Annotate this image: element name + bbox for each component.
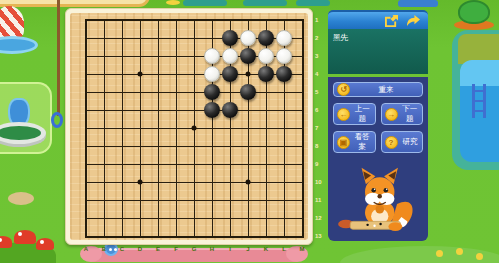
swimming-pool-decoration (452, 30, 499, 170)
restart-icon: ↺ (337, 83, 350, 96)
row-label-3: 3 (315, 52, 327, 60)
view-answer-button[interactable]: ▣ 看答案 (333, 131, 376, 153)
white-stone-J2 (240, 30, 256, 46)
black-stone-K2 (258, 30, 274, 46)
question-icon: ? (385, 136, 398, 149)
mushrooms-decoration (0, 230, 56, 263)
rope-ring-decoration (51, 112, 63, 128)
status-area: 黑先 (328, 29, 428, 74)
column-label-E: E (149, 246, 167, 252)
turtle-body (458, 0, 490, 24)
white-stone-L2 (276, 30, 292, 46)
white-stone-H3 (204, 48, 220, 64)
column-label-I: I (221, 246, 239, 252)
black-stone-I2 (222, 30, 238, 46)
left-arrow-icon: ← (337, 108, 350, 121)
column-label-L: L (275, 246, 293, 252)
fence-decoration (296, 0, 330, 6)
row-label-5: 5 (315, 88, 327, 96)
star-point-J4 (246, 72, 251, 77)
research-label: 研究 (401, 137, 420, 147)
flowers-decoration (166, 0, 180, 5)
research-button[interactable]: ? 研究 (381, 131, 424, 153)
black-stone-J3 (240, 48, 256, 64)
app-scene: ABCDEFGHIJKLM 12345678910111213 黑先 ↺ 重来 … (0, 0, 499, 263)
column-label-M: M (293, 246, 311, 252)
fence-decoration (243, 0, 287, 6)
candy-slide-decoration (0, 6, 38, 60)
column-label-H: H (203, 246, 221, 252)
fountain-tile[interactable] (0, 82, 52, 154)
restart-button[interactable]: ↺ 重来 (333, 82, 423, 97)
black-stone-I4 (222, 66, 238, 82)
column-label-G: G (185, 246, 203, 252)
export-icon[interactable] (384, 14, 399, 27)
right-arrow-icon: → (385, 108, 398, 121)
rope-decoration (57, 0, 60, 116)
white-stone-H4 (204, 66, 220, 82)
star-point-J10 (246, 180, 251, 185)
previous-problem-label: 上一题 (353, 104, 372, 124)
board-grid[interactable] (86, 20, 303, 237)
row-label-4: 4 (315, 70, 327, 78)
column-label-B: B (95, 246, 113, 252)
row-label-10: 10 (315, 178, 327, 186)
view-answer-label: 看答案 (353, 132, 372, 152)
column-label-A: A (77, 246, 95, 252)
restart-label: 重来 (353, 85, 419, 95)
star-point-D10 (138, 180, 143, 185)
column-label-D: D (131, 246, 149, 252)
black-stone-I6 (222, 102, 238, 118)
row-label-2: 2 (315, 34, 327, 42)
star-point-D4 (138, 72, 143, 77)
control-panel: 黑先 ↺ 重来 ← 上一题 → 下一题 ▣ 看答案 (328, 10, 428, 241)
row-label-12: 12 (315, 214, 327, 222)
column-label-C: C (113, 246, 131, 252)
fox-mascot-illustration (334, 159, 422, 237)
row-label-1: 1 (315, 16, 327, 24)
black-stone-H6 (204, 102, 220, 118)
white-stone-K3 (258, 48, 274, 64)
turtle-decoration (452, 0, 496, 30)
column-label-J: J (239, 246, 257, 252)
path-stone (8, 192, 34, 205)
panel-header (328, 10, 428, 29)
fence-decoration (183, 0, 227, 6)
white-stone-L3 (276, 48, 292, 64)
black-stone-H5 (204, 84, 220, 100)
answer-icon: ▣ (337, 136, 350, 149)
move-status: 黑先 (333, 33, 423, 43)
black-stone-L4 (276, 66, 292, 82)
row-label-8: 8 (315, 142, 327, 150)
column-label-F: F (167, 246, 185, 252)
row-label-11: 11 (315, 196, 327, 204)
black-stone-K4 (258, 66, 274, 82)
column-label-K: K (257, 246, 275, 252)
next-problem-button[interactable]: → 下一题 (381, 103, 424, 125)
candy-cone (0, 6, 24, 40)
row-label-7: 7 (315, 124, 327, 132)
pool-water (460, 60, 499, 162)
previous-problem-button[interactable]: ← 上一题 (333, 103, 376, 125)
row-label-9: 9 (315, 160, 327, 168)
forward-arrow-icon[interactable] (406, 14, 421, 27)
fence-decoration (398, 0, 438, 7)
mascot-area (333, 159, 423, 237)
go-board[interactable] (65, 8, 313, 245)
row-label-13: 13 (315, 232, 327, 240)
star-point-G7 (192, 126, 197, 131)
black-stone-J5 (240, 84, 256, 100)
white-stone-I3 (222, 48, 238, 64)
button-panel: ↺ 重来 ← 上一题 → 下一题 ▣ 看答案 ? (328, 77, 428, 241)
next-problem-label: 下一题 (401, 104, 420, 124)
candy-pool (0, 36, 38, 54)
flowers-decoration (436, 250, 486, 260)
pool-ladder (472, 84, 486, 118)
row-label-6: 6 (315, 106, 327, 114)
